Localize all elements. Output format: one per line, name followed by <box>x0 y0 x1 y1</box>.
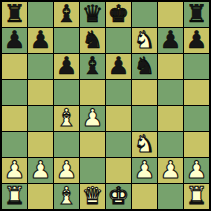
square-a7[interactable]: ♟ <box>2 28 27 53</box>
square-d4[interactable]: ♟ <box>80 106 105 131</box>
square-b1[interactable] <box>28 184 53 209</box>
piece-black-king[interactable]: ♚ <box>108 2 130 26</box>
piece-black-queen[interactable]: ♛ <box>82 2 104 26</box>
square-e7[interactable] <box>106 28 131 53</box>
square-g7[interactable]: ♟ <box>158 28 183 53</box>
piece-black-rook[interactable]: ♜ <box>4 2 26 26</box>
square-c8[interactable]: ♝ <box>54 2 79 27</box>
square-h1[interactable]: ♜ <box>184 184 209 209</box>
piece-white-bishop[interactable]: ♝ <box>56 106 78 130</box>
square-a6[interactable] <box>2 54 27 79</box>
square-c7[interactable] <box>54 28 79 53</box>
piece-black-pawn[interactable]: ♟ <box>30 28 52 52</box>
square-h7[interactable]: ♟ <box>184 28 209 53</box>
square-g3[interactable] <box>158 132 183 157</box>
square-h4[interactable] <box>184 106 209 131</box>
piece-white-pawn[interactable]: ♟ <box>82 106 104 130</box>
square-a1[interactable]: ♜ <box>2 184 27 209</box>
square-d2[interactable] <box>80 158 105 183</box>
piece-white-pawn[interactable]: ♟ <box>4 158 26 182</box>
square-d6[interactable]: ♝ <box>80 54 105 79</box>
square-b2[interactable]: ♟ <box>28 158 53 183</box>
chess-board: ♜♝♛♚♜♟♟♞♞♟♟♟♝♟♞♝♟♞♟♟♟♟♟♟♜♝♛♚♜ <box>0 0 211 211</box>
piece-black-knight[interactable]: ♞ <box>82 28 104 52</box>
square-f1[interactable] <box>132 184 157 209</box>
square-g6[interactable] <box>158 54 183 79</box>
square-a3[interactable] <box>2 132 27 157</box>
square-b6[interactable] <box>28 54 53 79</box>
square-h2[interactable]: ♟ <box>184 158 209 183</box>
square-e3[interactable] <box>106 132 131 157</box>
piece-black-bishop[interactable]: ♝ <box>56 2 78 26</box>
piece-white-rook[interactable]: ♜ <box>4 184 26 208</box>
piece-black-knight[interactable]: ♞ <box>134 54 156 78</box>
square-e8[interactable]: ♚ <box>106 2 131 27</box>
square-f2[interactable]: ♟ <box>132 158 157 183</box>
square-e6[interactable]: ♟ <box>106 54 131 79</box>
piece-white-knight[interactable]: ♞ <box>134 28 156 52</box>
square-d1[interactable]: ♛ <box>80 184 105 209</box>
square-g2[interactable]: ♟ <box>158 158 183 183</box>
square-d3[interactable] <box>80 132 105 157</box>
square-b4[interactable] <box>28 106 53 131</box>
square-c2[interactable]: ♟ <box>54 158 79 183</box>
square-a2[interactable]: ♟ <box>2 158 27 183</box>
square-f6[interactable]: ♞ <box>132 54 157 79</box>
square-c5[interactable] <box>54 80 79 105</box>
square-e1[interactable]: ♚ <box>106 184 131 209</box>
square-b8[interactable] <box>28 2 53 27</box>
square-b3[interactable] <box>28 132 53 157</box>
square-e5[interactable] <box>106 80 131 105</box>
square-h5[interactable] <box>184 80 209 105</box>
piece-black-pawn[interactable]: ♟ <box>160 28 182 52</box>
square-g5[interactable] <box>158 80 183 105</box>
piece-white-pawn[interactable]: ♟ <box>30 158 52 182</box>
piece-black-pawn[interactable]: ♟ <box>186 28 208 52</box>
square-b7[interactable]: ♟ <box>28 28 53 53</box>
square-g8[interactable] <box>158 2 183 27</box>
square-c1[interactable]: ♝ <box>54 184 79 209</box>
square-f7[interactable]: ♞ <box>132 28 157 53</box>
square-f8[interactable] <box>132 2 157 27</box>
square-g4[interactable] <box>158 106 183 131</box>
square-h6[interactable] <box>184 54 209 79</box>
square-e2[interactable] <box>106 158 131 183</box>
square-c6[interactable]: ♟ <box>54 54 79 79</box>
piece-black-pawn[interactable]: ♟ <box>4 28 26 52</box>
piece-black-bishop[interactable]: ♝ <box>82 54 104 78</box>
square-h8[interactable]: ♜ <box>184 2 209 27</box>
piece-black-pawn[interactable]: ♟ <box>108 54 130 78</box>
square-a8[interactable]: ♜ <box>2 2 27 27</box>
piece-white-bishop[interactable]: ♝ <box>56 184 78 208</box>
piece-white-pawn[interactable]: ♟ <box>186 158 208 182</box>
square-c4[interactable]: ♝ <box>54 106 79 131</box>
square-h3[interactable] <box>184 132 209 157</box>
square-f4[interactable] <box>132 106 157 131</box>
piece-white-queen[interactable]: ♛ <box>82 184 104 208</box>
square-d8[interactable]: ♛ <box>80 2 105 27</box>
square-g1[interactable] <box>158 184 183 209</box>
piece-white-pawn[interactable]: ♟ <box>56 158 78 182</box>
square-e4[interactable] <box>106 106 131 131</box>
square-a4[interactable] <box>2 106 27 131</box>
square-a5[interactable] <box>2 80 27 105</box>
square-d7[interactable]: ♞ <box>80 28 105 53</box>
piece-white-pawn[interactable]: ♟ <box>134 158 156 182</box>
piece-black-pawn[interactable]: ♟ <box>56 54 78 78</box>
square-d5[interactable] <box>80 80 105 105</box>
square-f5[interactable] <box>132 80 157 105</box>
piece-white-rook[interactable]: ♜ <box>186 184 208 208</box>
piece-white-knight[interactable]: ♞ <box>134 132 156 156</box>
square-c3[interactable] <box>54 132 79 157</box>
piece-black-rook[interactable]: ♜ <box>186 2 208 26</box>
piece-white-king[interactable]: ♚ <box>108 184 130 208</box>
square-b5[interactable] <box>28 80 53 105</box>
piece-white-pawn[interactable]: ♟ <box>160 158 182 182</box>
square-f3[interactable]: ♞ <box>132 132 157 157</box>
